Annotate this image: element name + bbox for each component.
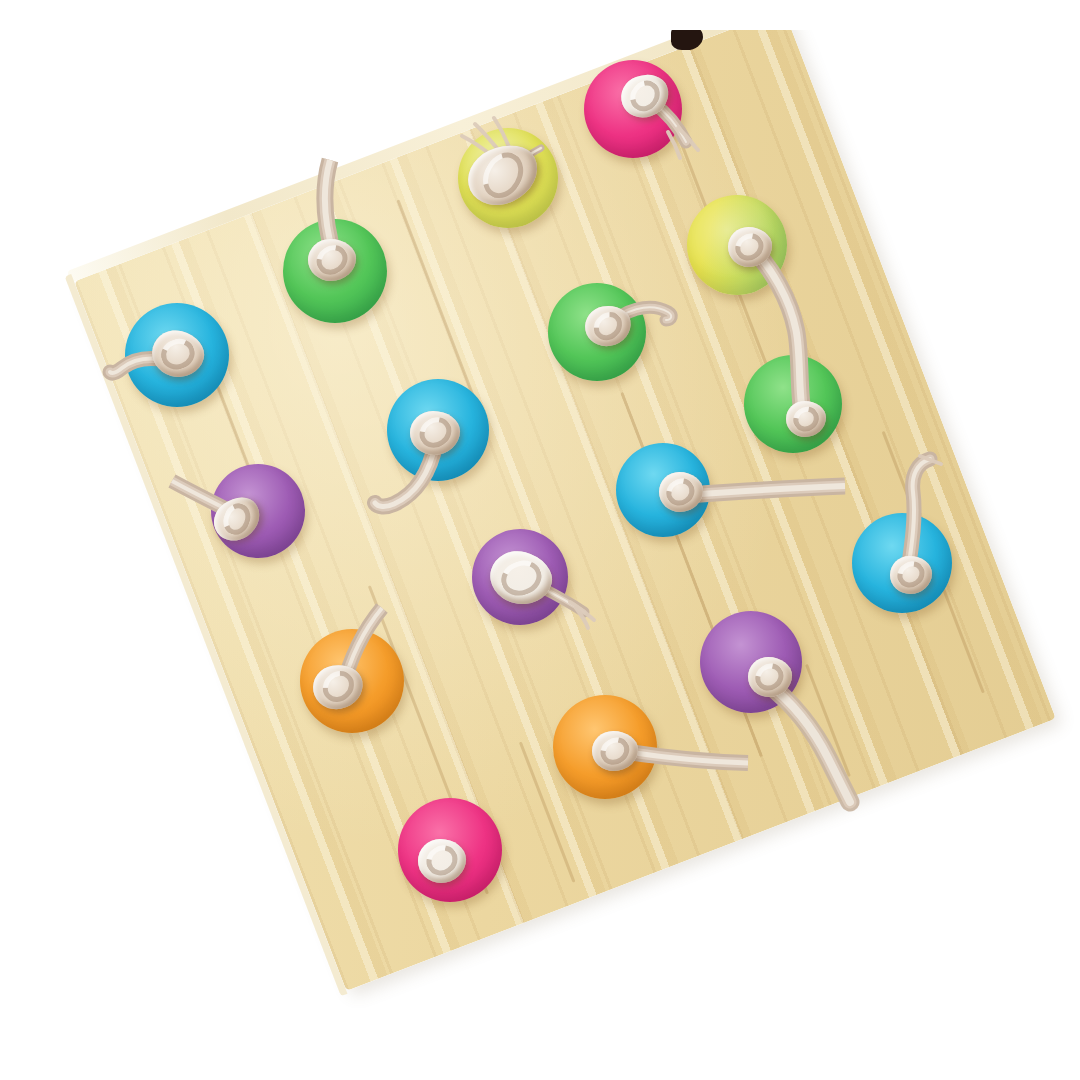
leather-knot [592, 731, 638, 771]
leather-knot [308, 239, 356, 281]
leather-knot [582, 302, 634, 349]
knot-coil [421, 840, 464, 882]
knot-coil [588, 306, 628, 346]
leather-knot [418, 839, 466, 883]
knot-coil [219, 500, 255, 539]
knot-coil [413, 412, 457, 455]
knot-coil [157, 334, 200, 374]
leather-knot [728, 227, 772, 267]
knot-coil [662, 473, 701, 511]
knot-coil [751, 658, 790, 696]
knot-coil [595, 731, 635, 770]
leather-knot [748, 657, 792, 697]
knot-coil [731, 228, 770, 266]
leather-knot [459, 134, 548, 215]
leather-knot [659, 472, 703, 512]
knot-coil [316, 665, 360, 709]
image-crop-band [0, 0, 1080, 30]
knot-coil [311, 240, 353, 281]
knot-coil [788, 402, 823, 437]
leather-knot [890, 556, 932, 594]
leather-knot [147, 325, 209, 383]
leather-knot [410, 411, 460, 455]
knot-layer [0, 0, 1080, 1080]
knot-coil [475, 145, 531, 205]
leather-knot [206, 489, 268, 549]
scene [0, 0, 1080, 1080]
knot-coil [496, 555, 546, 601]
leather-knot [310, 661, 367, 713]
knot-coil [625, 75, 666, 117]
leather-knot [484, 545, 557, 611]
leather-knot [615, 68, 674, 124]
knot-coil [892, 557, 929, 593]
leather-knot [786, 401, 826, 437]
